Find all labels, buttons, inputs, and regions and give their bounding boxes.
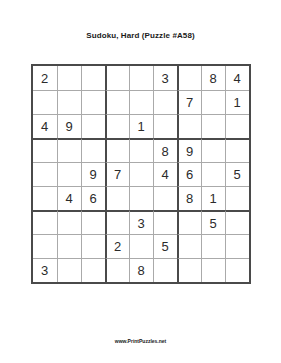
sudoku-cell-empty[interactable] [57,66,81,90]
sudoku-cell-empty[interactable] [177,210,201,234]
sudoku-cell-given: 5 [201,210,225,234]
sudoku-cell-empty[interactable] [153,210,177,234]
sudoku-cell-given: 2 [105,234,129,258]
sudoku-cell-given: 2 [33,66,57,90]
sudoku-cell-empty[interactable] [225,186,249,210]
sudoku-cell-empty[interactable] [153,186,177,210]
sudoku-cell-empty[interactable] [129,90,153,114]
sudoku-cell-empty[interactable] [177,114,201,138]
sudoku-cell-empty[interactable] [177,234,201,258]
sudoku-cell-empty[interactable] [225,210,249,234]
sudoku-cell-empty[interactable] [129,162,153,186]
sudoku-cell-given: 1 [201,186,225,210]
sudoku-cell-empty[interactable] [81,138,105,162]
sudoku-cell-empty[interactable] [33,234,57,258]
sudoku-cell-empty[interactable] [201,114,225,138]
sudoku-cell-given: 3 [129,210,153,234]
sudoku-cell-empty[interactable] [105,138,129,162]
sudoku-cell-empty[interactable] [105,114,129,138]
sudoku-cell-given: 1 [225,90,249,114]
sudoku-cell-empty[interactable] [225,258,249,282]
sudoku-cell-empty[interactable] [81,258,105,282]
sudoku-cell-empty[interactable] [129,186,153,210]
sudoku-cell-given: 3 [153,66,177,90]
sudoku-cell-given: 5 [225,162,249,186]
sudoku-cell-empty[interactable] [57,90,81,114]
sudoku-cell-empty[interactable] [129,138,153,162]
sudoku-cell-empty[interactable] [81,114,105,138]
page-title: Sudoku, Hard (Puzzle #A58) [0,31,281,40]
sudoku-cell-empty[interactable] [81,66,105,90]
sudoku-cell-empty[interactable] [33,138,57,162]
sudoku-cell-empty[interactable] [81,90,105,114]
sudoku-cell-given: 8 [129,258,153,282]
sudoku-cell-empty[interactable] [57,258,81,282]
sudoku-cell-given: 4 [153,162,177,186]
sudoku-cell-empty[interactable] [201,258,225,282]
sudoku-cell-empty[interactable] [153,258,177,282]
sudoku-cell-empty[interactable] [105,66,129,90]
sudoku-cell-empty[interactable] [57,210,81,234]
sudoku-cell-given: 7 [177,90,201,114]
sudoku-cell-given: 1 [129,114,153,138]
sudoku-cell-empty[interactable] [129,234,153,258]
sudoku-cell-given: 8 [177,186,201,210]
sudoku-cell-empty[interactable] [201,162,225,186]
sudoku-cell-empty[interactable] [81,234,105,258]
sudoku-cell-empty[interactable] [33,90,57,114]
sudoku-cell-given: 9 [81,162,105,186]
sudoku-cell-given: 4 [225,66,249,90]
sudoku-cell-empty[interactable] [105,186,129,210]
sudoku-cell-empty[interactable] [105,258,129,282]
sudoku-cell-given: 9 [177,138,201,162]
sudoku-cell-given: 3 [33,258,57,282]
sudoku-cell-empty[interactable] [33,210,57,234]
sudoku-cell-given: 5 [153,234,177,258]
sudoku-cell-given: 8 [153,138,177,162]
sudoku-cell-empty[interactable] [225,138,249,162]
sudoku-cell-empty[interactable] [105,90,129,114]
sudoku-cell-given: 4 [57,186,81,210]
sudoku-cell-empty[interactable] [153,90,177,114]
sudoku-cell-given: 4 [33,114,57,138]
sudoku-cell-empty[interactable] [105,210,129,234]
sudoku-cell-given: 9 [57,114,81,138]
sudoku-cell-empty[interactable] [81,210,105,234]
footer-url: www.PrintPuzzles.net [0,338,281,344]
sudoku-cell-empty[interactable] [201,90,225,114]
sudoku-cell-empty[interactable] [177,258,201,282]
sudoku-cell-empty[interactable] [57,162,81,186]
sudoku-cell-empty[interactable] [225,114,249,138]
sudoku-cell-empty[interactable] [129,66,153,90]
sudoku-cell-given: 7 [105,162,129,186]
sudoku-cell-empty[interactable] [57,234,81,258]
sudoku-cell-given: 8 [201,66,225,90]
sudoku-cell-empty[interactable] [225,234,249,258]
sudoku-cell-empty[interactable] [201,138,225,162]
sudoku-cell-empty[interactable] [201,234,225,258]
sudoku-cell-empty[interactable] [177,66,201,90]
board-container: 23847149189974654681352538 [31,64,251,284]
sudoku-board: 23847149189974654681352538 [31,64,251,284]
sudoku-cell-empty[interactable] [153,114,177,138]
sudoku-cell-empty[interactable] [33,186,57,210]
sudoku-cell-empty[interactable] [57,138,81,162]
sudoku-cell-given: 6 [177,162,201,186]
sudoku-cell-given: 6 [81,186,105,210]
sudoku-cell-empty[interactable] [33,162,57,186]
